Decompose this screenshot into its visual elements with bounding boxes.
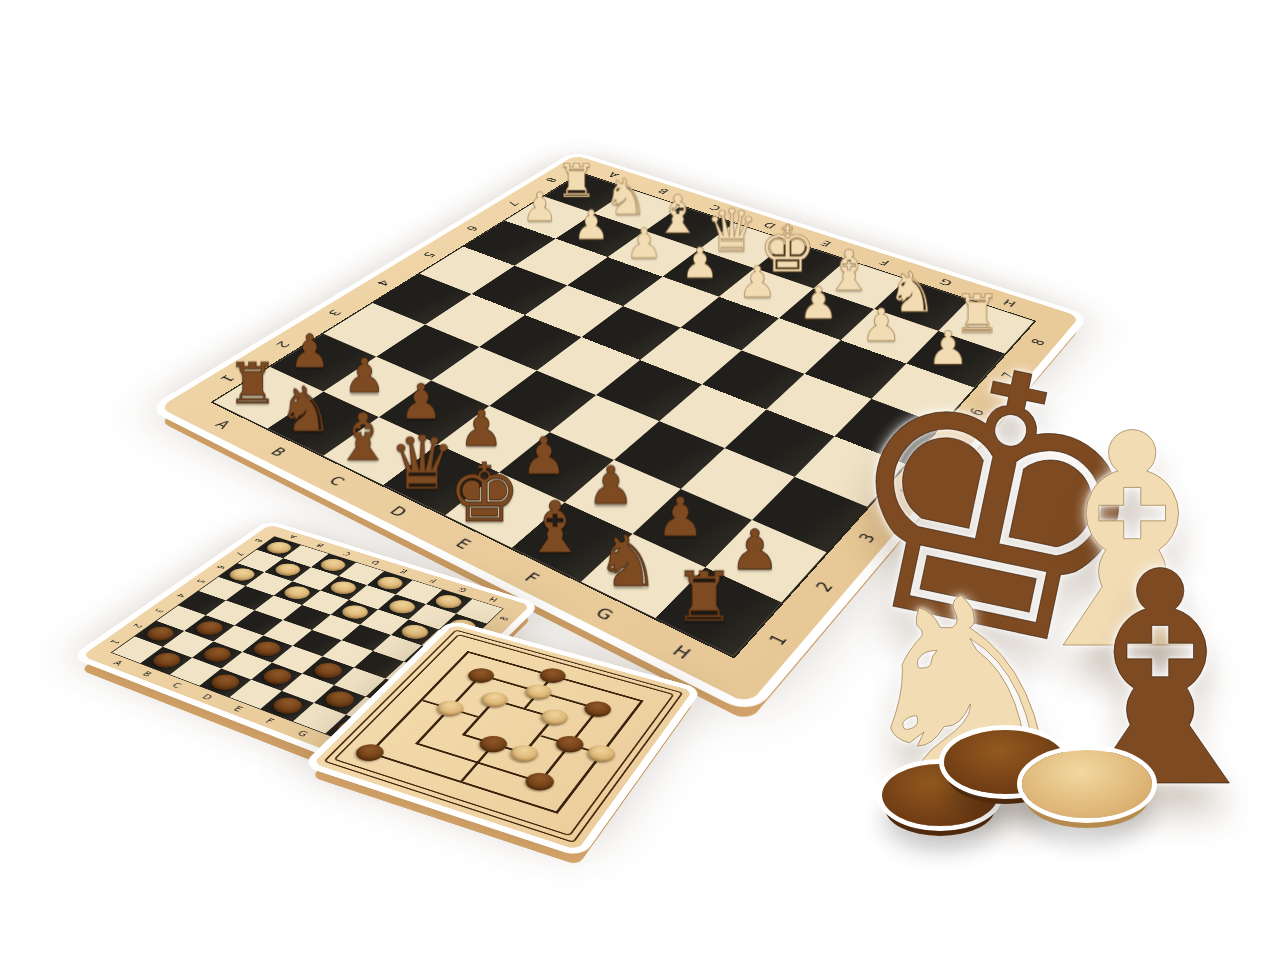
product-photo-stage: ABCDEFGH ABCDEFGH 87654321 87654321 ♜♞♝♛… <box>0 0 1280 960</box>
loose-disc-light <box>1022 750 1152 818</box>
loose-pieces-group: ♚♝♞♝ <box>0 0 1280 960</box>
